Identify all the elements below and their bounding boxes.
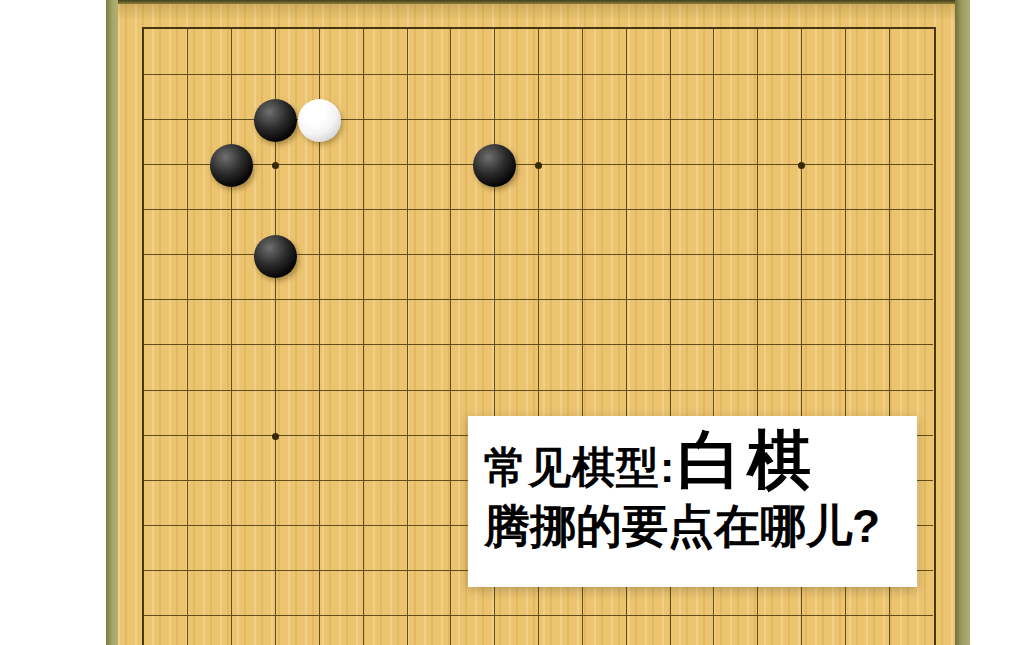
grid-cell xyxy=(670,209,714,254)
grid-cell xyxy=(538,119,582,164)
grid-cell xyxy=(626,344,670,389)
grid-cell xyxy=(407,615,451,645)
grid-cell xyxy=(231,615,275,645)
white-stone-E17 xyxy=(298,99,341,142)
grid-cell xyxy=(450,615,494,645)
grid-cell xyxy=(363,299,407,344)
grid-cell xyxy=(187,570,231,615)
grid-cell xyxy=(231,344,275,389)
grid-cell xyxy=(757,119,801,164)
grid-cell xyxy=(450,209,494,254)
grid-cell xyxy=(757,254,801,299)
grid-cell xyxy=(889,209,933,254)
grid-cell xyxy=(845,164,889,209)
grid-cell xyxy=(363,344,407,389)
grid-cell xyxy=(670,164,714,209)
grid-cell xyxy=(187,615,231,645)
grid-cell xyxy=(144,74,188,119)
grid-cell xyxy=(275,390,319,435)
grid-cell xyxy=(144,480,188,525)
grid-cell xyxy=(363,615,407,645)
grid-cell xyxy=(275,525,319,570)
grid-cell xyxy=(144,435,188,480)
grid-cell xyxy=(670,344,714,389)
grid-cell xyxy=(450,29,494,74)
grid-cell xyxy=(538,29,582,74)
grid-cell xyxy=(889,164,933,209)
grid-cell xyxy=(582,299,626,344)
grid-cell xyxy=(407,480,451,525)
grid-cell xyxy=(845,344,889,389)
grid-cell xyxy=(801,209,845,254)
grid-cell xyxy=(187,74,231,119)
grid-cell xyxy=(275,480,319,525)
grid-cell xyxy=(187,29,231,74)
grid-cell xyxy=(231,525,275,570)
caption-prefix-text: 常见棋型: xyxy=(484,446,675,490)
grid-cell xyxy=(450,74,494,119)
grid-cell xyxy=(319,570,363,615)
grid-cell xyxy=(144,119,188,164)
board-frame-right-edge xyxy=(955,0,970,645)
grid-cell xyxy=(319,525,363,570)
grid-cell xyxy=(889,74,933,119)
grid-cell xyxy=(187,480,231,525)
grid-cell xyxy=(319,390,363,435)
grid-cell xyxy=(144,390,188,435)
grid-cell xyxy=(450,344,494,389)
caption-box: 常见棋型: 白棋 腾挪的要点在哪儿? xyxy=(468,416,917,587)
grid-cell xyxy=(407,390,451,435)
grid-cell xyxy=(670,254,714,299)
grid-cell xyxy=(363,435,407,480)
grid-cell xyxy=(801,119,845,164)
grid-cell xyxy=(319,615,363,645)
grid-cell xyxy=(713,615,757,645)
grid-cell xyxy=(626,615,670,645)
grid-cell xyxy=(713,299,757,344)
grid-cell xyxy=(319,209,363,254)
grid-cell xyxy=(889,299,933,344)
grid-cell xyxy=(319,299,363,344)
grid-cell xyxy=(494,74,538,119)
grid-cell xyxy=(275,435,319,480)
grid-cell xyxy=(889,344,933,389)
grid-cell xyxy=(363,74,407,119)
grid-cell xyxy=(407,344,451,389)
grid-cell xyxy=(363,254,407,299)
grid-cell xyxy=(670,29,714,74)
grid-cell xyxy=(187,435,231,480)
grid-cell xyxy=(494,344,538,389)
grid-cell xyxy=(538,344,582,389)
grid-cell xyxy=(275,164,319,209)
grid-cell xyxy=(231,435,275,480)
grid-cell xyxy=(407,525,451,570)
grid-cell xyxy=(757,615,801,645)
grid-cell xyxy=(670,299,714,344)
grid-cell xyxy=(845,299,889,344)
grid-cell xyxy=(407,164,451,209)
grid-cell xyxy=(626,299,670,344)
grid-cell xyxy=(538,615,582,645)
grid-cell xyxy=(275,615,319,645)
grid-cell xyxy=(889,119,933,164)
grid-cell xyxy=(144,29,188,74)
grid-cell xyxy=(231,390,275,435)
grid-cell xyxy=(363,525,407,570)
grid-cell xyxy=(757,164,801,209)
grid-cell xyxy=(582,209,626,254)
board-frame-left-edge xyxy=(106,0,118,645)
grid-cell xyxy=(144,344,188,389)
grid-cell xyxy=(407,570,451,615)
grid-cell xyxy=(187,254,231,299)
grid-cell xyxy=(626,29,670,74)
grid-cell xyxy=(582,615,626,645)
grid-cell xyxy=(670,615,714,645)
grid-cell xyxy=(407,209,451,254)
grid-cell xyxy=(713,254,757,299)
grid-cell xyxy=(670,74,714,119)
grid-cell xyxy=(626,164,670,209)
grid-cell xyxy=(582,254,626,299)
grid-cell xyxy=(319,254,363,299)
grid-cell xyxy=(538,209,582,254)
grid-cell xyxy=(494,615,538,645)
grid-cell xyxy=(450,254,494,299)
grid-cell xyxy=(845,254,889,299)
grid-cell xyxy=(319,435,363,480)
grid-cell xyxy=(407,299,451,344)
grid-cell xyxy=(363,390,407,435)
grid-cell xyxy=(626,254,670,299)
grid-cell xyxy=(275,344,319,389)
grid-cell xyxy=(889,615,933,645)
grid-cell xyxy=(407,254,451,299)
grid-cell xyxy=(757,344,801,389)
grid-cell xyxy=(187,525,231,570)
grid-cell xyxy=(187,209,231,254)
grid-cell xyxy=(494,29,538,74)
grid-cell xyxy=(845,615,889,645)
grid-cell xyxy=(713,119,757,164)
grid-cell xyxy=(275,29,319,74)
grid-cell xyxy=(363,480,407,525)
grid-cell xyxy=(407,435,451,480)
grid-cell xyxy=(407,119,451,164)
grid-cell xyxy=(494,254,538,299)
grid-cell xyxy=(363,164,407,209)
grid-cell xyxy=(407,74,451,119)
grid-cell xyxy=(801,164,845,209)
grid-cell xyxy=(144,299,188,344)
grid-cell xyxy=(582,29,626,74)
grid-cell xyxy=(363,209,407,254)
grid-cell xyxy=(231,299,275,344)
grid-cell xyxy=(187,344,231,389)
grid-cell xyxy=(713,164,757,209)
grid-cell xyxy=(231,29,275,74)
grid-cell xyxy=(275,299,319,344)
grid-cell xyxy=(231,480,275,525)
grid-cell xyxy=(801,615,845,645)
grid-cell xyxy=(845,29,889,74)
star-point xyxy=(272,433,279,440)
grid-cell xyxy=(713,74,757,119)
grid-cell xyxy=(538,254,582,299)
grid-cell xyxy=(407,29,451,74)
grid-cell xyxy=(582,74,626,119)
grid-cell xyxy=(626,119,670,164)
grid-cell xyxy=(801,254,845,299)
grid-cell xyxy=(494,299,538,344)
grid-cell xyxy=(713,29,757,74)
caption-emphasis-text: 白棋 xyxy=(677,428,817,493)
grid-cell xyxy=(582,119,626,164)
caption-question-text: 腾挪的要点在哪儿? xyxy=(484,503,917,549)
grid-cell xyxy=(231,570,275,615)
grid-cell xyxy=(144,254,188,299)
grid-cell xyxy=(144,164,188,209)
grid-cell xyxy=(757,209,801,254)
grid-cell xyxy=(319,29,363,74)
grid-cell xyxy=(889,254,933,299)
grid-cell xyxy=(801,344,845,389)
grid-cell xyxy=(757,299,801,344)
grid-cell xyxy=(363,29,407,74)
grid-cell xyxy=(275,570,319,615)
grid-cell xyxy=(845,74,889,119)
grid-cell xyxy=(319,344,363,389)
grid-cell xyxy=(144,209,188,254)
grid-cell xyxy=(187,390,231,435)
black-stone-D17 xyxy=(254,99,297,142)
grid-cell xyxy=(670,119,714,164)
grid-cell xyxy=(363,570,407,615)
grid-cell xyxy=(582,164,626,209)
grid-cell xyxy=(889,29,933,74)
video-frame: 常见棋型: 白棋 腾挪的要点在哪儿? xyxy=(0,0,1033,645)
grid-cell xyxy=(713,344,757,389)
grid-cell xyxy=(319,164,363,209)
grid-cell xyxy=(144,570,188,615)
grid-cell xyxy=(582,344,626,389)
grid-cell xyxy=(757,29,801,74)
grid-cell xyxy=(144,615,188,645)
grid-cell xyxy=(801,74,845,119)
grid-cell xyxy=(363,119,407,164)
grid-cell xyxy=(538,74,582,119)
caption-line1: 常见棋型: 白棋 xyxy=(484,428,917,493)
grid-cell xyxy=(144,525,188,570)
black-stone-D14 xyxy=(254,235,297,278)
grid-cell xyxy=(538,299,582,344)
grid-cell xyxy=(845,209,889,254)
grid-cell xyxy=(845,119,889,164)
grid-cell xyxy=(801,29,845,74)
grid-cell xyxy=(801,299,845,344)
grid-cell xyxy=(450,299,494,344)
grid-cell xyxy=(319,480,363,525)
grid-cell xyxy=(626,74,670,119)
grid-cell xyxy=(187,299,231,344)
grid-cell xyxy=(713,209,757,254)
grid-cell xyxy=(538,164,582,209)
grid-cell xyxy=(757,74,801,119)
grid-cell xyxy=(494,209,538,254)
grid-cell xyxy=(626,209,670,254)
